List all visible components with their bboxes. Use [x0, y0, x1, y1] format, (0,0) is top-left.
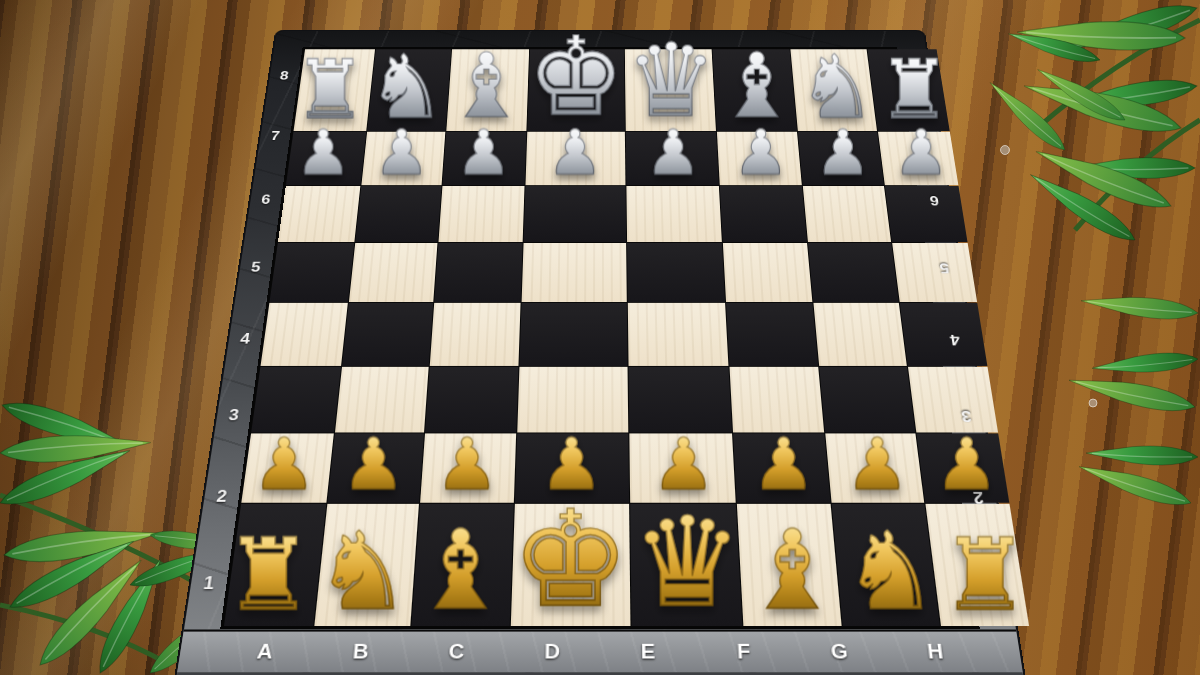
square-g1[interactable]: ♞ [832, 503, 939, 625]
piece-white-rook-h1[interactable]: ♜ [940, 527, 1029, 621]
square-b2[interactable]: ♟ [327, 433, 424, 503]
piece-white-knight-g1[interactable]: ♞ [843, 520, 939, 622]
square-c2[interactable]: ♟ [420, 433, 516, 503]
piece-black-pawn-f7[interactable]: ♟ [733, 123, 789, 182]
square-b1[interactable]: ♞ [314, 503, 419, 625]
file-label-b: B [311, 631, 410, 672]
file-label-c: C [407, 631, 505, 672]
square-a6[interactable] [278, 186, 360, 242]
square-b7[interactable]: ♟ [361, 131, 445, 184]
square-f4[interactable] [727, 303, 819, 365]
file-label-h: H [885, 631, 986, 672]
piece-black-pawn-a7[interactable]: ♟ [295, 123, 351, 182]
square-c4[interactable] [430, 303, 521, 365]
square-a5[interactable] [269, 243, 354, 302]
square-f7[interactable]: ♟ [717, 131, 802, 184]
square-a1[interactable]: ♜ [224, 503, 326, 625]
square-e4[interactable] [628, 303, 729, 365]
square-e7[interactable]: ♟ [626, 131, 720, 184]
square-b6[interactable] [355, 186, 441, 242]
square-g6[interactable] [803, 186, 890, 242]
square-b5[interactable] [349, 243, 438, 302]
square-a4[interactable] [261, 303, 348, 365]
square-h2[interactable]: ♟ [916, 433, 1010, 503]
piece-black-pawn-c7[interactable]: ♟ [456, 123, 512, 182]
piece-black-queen-e8[interactable]: ♛ [626, 32, 717, 128]
square-e6[interactable] [626, 186, 722, 242]
piece-white-pawn-e2[interactable]: ♟ [651, 431, 715, 498]
square-b4[interactable] [342, 303, 433, 365]
piece-white-bishop-f1[interactable]: ♝ [744, 518, 842, 622]
piece-white-queen-e1[interactable]: ♛ [631, 504, 742, 622]
square-c1[interactable]: ♝ [411, 503, 513, 625]
piece-white-king-d1[interactable]: ♚ [511, 495, 630, 621]
piece-white-pawn-g2[interactable]: ♟ [846, 431, 910, 498]
square-e5[interactable] [627, 243, 726, 302]
square-g5[interactable] [808, 243, 898, 302]
piece-white-pawn-f2[interactable]: ♟ [752, 431, 816, 498]
square-a2[interactable]: ♟ [241, 433, 333, 503]
square-g2[interactable]: ♟ [826, 433, 924, 503]
square-c7[interactable]: ♟ [443, 131, 527, 184]
square-d5[interactable] [522, 243, 627, 302]
square-a7[interactable]: ♟ [286, 131, 366, 184]
square-d6[interactable] [524, 186, 626, 242]
file-label-a: A [214, 631, 315, 672]
square-c6[interactable] [439, 186, 525, 242]
chess-board: 87654321 ♜♞♝♚♛♝♞♜♟♟♟♟♟♟♟♟♟♟♟♟♟♟♟♟♜♞♝♚♛♝♞… [170, 29, 1030, 675]
chess-app-scene: 87654321 ♜♞♝♚♛♝♞♜♟♟♟♟♟♟♟♟♟♟♟♟♟♟♟♟♜♞♝♚♛♝♞… [0, 0, 1200, 675]
board-scene: 87654321 ♜♞♝♚♛♝♞♜♟♟♟♟♟♟♟♟♟♟♟♟♟♟♟♟♜♞♝♚♛♝♞… [0, 0, 1200, 675]
file-label-d: D [504, 631, 600, 672]
square-d7[interactable]: ♟ [526, 131, 626, 184]
square-f1[interactable]: ♝ [737, 503, 842, 625]
piece-white-pawn-b2[interactable]: ♟ [342, 431, 406, 498]
board-squares: ♜♞♝♚♛♝♞♜♟♟♟♟♟♟♟♟♟♟♟♟♟♟♟♟♜♞♝♚♛♝♞♜ [220, 47, 980, 629]
piece-black-pawn-b7[interactable]: ♟ [374, 123, 430, 182]
piece-black-pawn-d7[interactable]: ♟ [548, 123, 604, 182]
piece-white-rook-a1[interactable]: ♜ [224, 527, 313, 621]
file-label-e: E [600, 631, 696, 672]
board-frame-bottom [173, 672, 1028, 675]
file-labels: ABCDEFGH [177, 629, 1022, 672]
square-g7[interactable]: ♟ [798, 131, 883, 184]
piece-white-bishop-c1[interactable]: ♝ [412, 518, 510, 622]
square-d4[interactable] [520, 303, 628, 365]
square-g4[interactable] [814, 303, 906, 365]
piece-white-pawn-c2[interactable]: ♟ [435, 431, 499, 498]
piece-black-king-d8[interactable]: ♚ [527, 25, 624, 128]
piece-black-pawn-e7[interactable]: ♟ [645, 123, 701, 182]
square-d1[interactable]: ♚ [511, 503, 630, 625]
piece-white-knight-b1[interactable]: ♞ [314, 520, 410, 622]
piece-white-pawn-h2[interactable]: ♟ [935, 431, 999, 498]
square-f2[interactable]: ♟ [734, 433, 831, 503]
piece-black-pawn-g7[interactable]: ♟ [815, 123, 871, 182]
file-label-f: F [695, 631, 793, 672]
square-f6[interactable] [720, 186, 807, 242]
square-e1[interactable]: ♛ [630, 503, 743, 625]
file-label-g: G [790, 631, 889, 672]
square-c5[interactable] [434, 243, 522, 302]
piece-white-pawn-a2[interactable]: ♟ [252, 431, 316, 498]
square-f5[interactable] [723, 243, 813, 302]
square-h1[interactable]: ♜ [925, 503, 1030, 625]
